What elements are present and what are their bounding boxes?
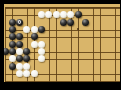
black-stone [9,19,16,26]
go-board[interactable] [4,4,121,82]
white-stone [53,11,60,18]
white-stone [16,70,23,77]
black-stone [9,41,16,48]
letterbox-bottom [0,82,120,90]
black-stone [67,19,74,26]
white-stone [31,41,38,48]
black-stone [82,19,89,26]
black-stone [16,33,23,40]
white-stone [9,55,16,62]
white-stone [16,63,23,70]
go-app-screen [0,0,120,90]
black-stone [16,19,23,26]
black-stone [9,26,16,33]
white-stone [38,11,45,18]
white-stone [23,63,30,70]
white-stone [67,11,74,18]
black-stone [60,19,67,26]
letterbox-left [0,0,4,90]
white-stone [31,26,38,33]
black-stone [23,48,30,55]
white-stone [16,48,23,55]
black-stone [9,33,16,40]
white-stone [31,70,38,77]
black-stone [9,63,16,70]
white-stone [38,48,45,55]
white-stone [38,41,45,48]
black-stone [75,11,82,18]
white-stone [23,70,30,77]
black-stone [16,41,23,48]
white-stone [60,11,67,18]
letterbox-top [0,0,120,4]
black-stone [31,33,38,40]
black-stone [16,55,23,62]
last-move-marker [18,20,22,24]
stones-layer [1,4,118,85]
black-stone [38,26,45,33]
black-stone [9,48,16,55]
white-stone [23,26,30,33]
black-stone [23,55,30,62]
white-stone [38,55,45,62]
white-stone [45,11,52,18]
